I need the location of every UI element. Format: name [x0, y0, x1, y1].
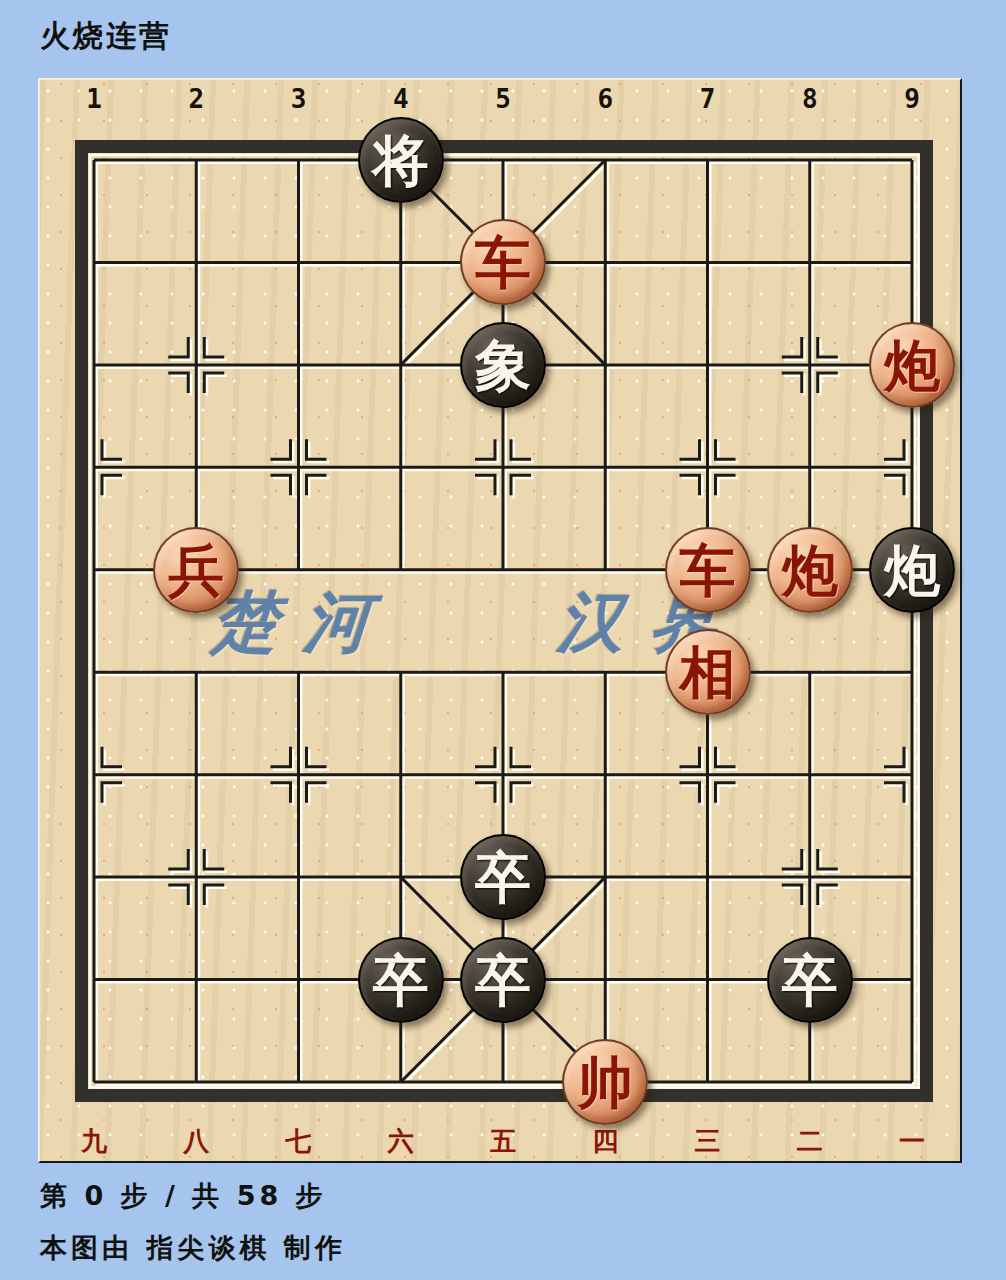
- bottom-coord-二: 二: [788, 1124, 832, 1159]
- piece-red-general-r10c6[interactable]: 帅: [562, 1039, 648, 1125]
- xiangqi-board[interactable]: 123456789 九八七六五四三二一 楚河 汉界 将车象炮兵车炮炮相卒卒卒卒帅: [38, 78, 962, 1163]
- bottom-coord-六: 六: [379, 1124, 423, 1159]
- top-coord-5: 5: [481, 84, 525, 114]
- top-coord-6: 6: [583, 84, 627, 114]
- bottom-coord-三: 三: [686, 1124, 730, 1159]
- piece-label: 炮: [782, 542, 838, 598]
- piece-red-chariot-r5c7[interactable]: 车: [665, 527, 751, 613]
- top-coord-4: 4: [379, 84, 423, 114]
- piece-black-cannon-r5c9[interactable]: 炮: [869, 527, 955, 613]
- piece-label: 卒: [475, 849, 531, 905]
- piece-red-elephant-r6c7[interactable]: 相: [665, 629, 751, 715]
- piece-red-cannon-r3c9[interactable]: 炮: [869, 322, 955, 408]
- piece-label: 卒: [373, 952, 429, 1008]
- piece-black-elephant-r3c5[interactable]: 象: [460, 322, 546, 408]
- bottom-coord-四: 四: [583, 1124, 627, 1159]
- credit-line: 本图由 指尖谈棋 制作: [40, 1230, 346, 1266]
- piece-label: 象: [475, 337, 531, 393]
- piece-label: 帅: [577, 1054, 633, 1110]
- piece-black-soldier-r8c5[interactable]: 卒: [460, 834, 546, 920]
- piece-label: 卒: [782, 952, 838, 1008]
- piece-label: 炮: [884, 337, 940, 393]
- piece-label: 兵: [168, 542, 224, 598]
- piece-label: 车: [680, 542, 736, 598]
- bottom-coord-五: 五: [481, 1124, 525, 1159]
- top-coord-1: 1: [72, 84, 116, 114]
- move-counter: 第 0 步 / 共 58 步: [40, 1178, 327, 1214]
- top-coord-3: 3: [277, 84, 321, 114]
- page-title: 火烧连营: [40, 16, 172, 57]
- bottom-coord-九: 九: [72, 1124, 116, 1159]
- piece-black-soldier-r9c4[interactable]: 卒: [358, 937, 444, 1023]
- piece-label: 将: [373, 132, 429, 188]
- piece-red-cannon-r5c8[interactable]: 炮: [767, 527, 853, 613]
- piece-black-general-r1c4[interactable]: 将: [358, 117, 444, 203]
- river-label-left: 楚河: [209, 578, 399, 668]
- piece-black-soldier-r9c5[interactable]: 卒: [460, 937, 546, 1023]
- top-coord-9: 9: [890, 84, 934, 114]
- top-coord-2: 2: [174, 84, 218, 114]
- bottom-coord-一: 一: [890, 1124, 934, 1159]
- top-coord-7: 7: [686, 84, 730, 114]
- piece-label: 相: [680, 644, 736, 700]
- bottom-coord-八: 八: [174, 1124, 218, 1159]
- top-coord-8: 8: [788, 84, 832, 114]
- piece-label: 炮: [884, 542, 940, 598]
- piece-red-soldier-r5c2[interactable]: 兵: [153, 527, 239, 613]
- piece-black-soldier-r9c8[interactable]: 卒: [767, 937, 853, 1023]
- piece-red-chariot-r2c5[interactable]: 车: [460, 219, 546, 305]
- piece-label: 卒: [475, 952, 531, 1008]
- piece-label: 车: [475, 234, 531, 290]
- bottom-coord-七: 七: [277, 1124, 321, 1159]
